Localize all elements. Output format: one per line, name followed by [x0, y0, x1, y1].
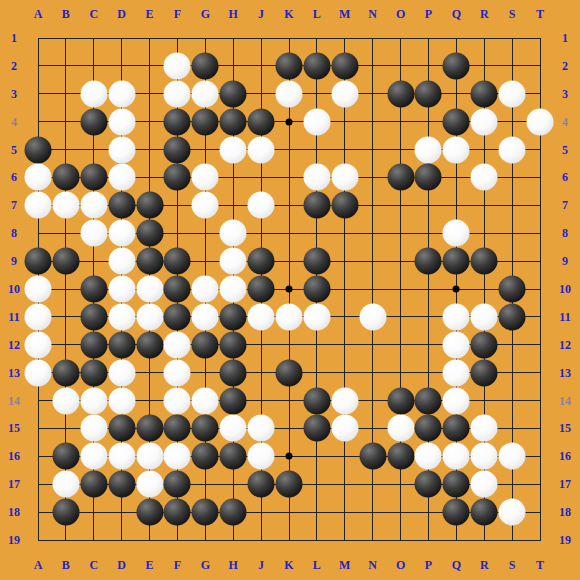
white-stone[interactable]: [359, 303, 386, 330]
white-stone[interactable]: [25, 164, 52, 191]
black-stone[interactable]: [387, 80, 414, 107]
white-stone[interactable]: [192, 192, 219, 219]
column-label: H: [229, 558, 238, 573]
black-stone[interactable]: [248, 248, 275, 275]
white-stone[interactable]: [136, 443, 163, 470]
black-stone[interactable]: [443, 471, 470, 498]
black-stone[interactable]: [303, 387, 330, 414]
column-label: P: [425, 7, 432, 22]
row-label: 10: [8, 282, 20, 297]
black-stone[interactable]: [303, 276, 330, 303]
black-stone[interactable]: [52, 164, 79, 191]
row-label: 1: [562, 31, 568, 46]
white-stone[interactable]: [499, 499, 526, 526]
row-label: 1: [11, 31, 17, 46]
black-stone[interactable]: [415, 415, 442, 442]
black-stone[interactable]: [164, 164, 191, 191]
column-label: R: [480, 7, 489, 22]
black-stone[interactable]: [80, 359, 107, 386]
white-stone[interactable]: [499, 443, 526, 470]
white-stone[interactable]: [80, 192, 107, 219]
column-label: P: [425, 558, 432, 573]
black-stone[interactable]: [80, 276, 107, 303]
black-stone[interactable]: [276, 52, 303, 79]
white-stone[interactable]: [415, 136, 442, 163]
row-label: 18: [559, 505, 571, 520]
white-stone[interactable]: [192, 80, 219, 107]
black-stone[interactable]: [415, 80, 442, 107]
white-stone[interactable]: [443, 387, 470, 414]
star-point: [453, 286, 460, 293]
black-stone[interactable]: [248, 276, 275, 303]
column-label: S: [509, 558, 516, 573]
white-stone[interactable]: [164, 359, 191, 386]
black-stone[interactable]: [415, 387, 442, 414]
black-stone[interactable]: [443, 499, 470, 526]
row-label: 12: [8, 337, 20, 352]
column-label: B: [62, 558, 70, 573]
row-label: 2: [562, 58, 568, 73]
white-stone[interactable]: [443, 359, 470, 386]
black-stone[interactable]: [136, 220, 163, 247]
black-stone[interactable]: [164, 471, 191, 498]
row-label: 10: [559, 282, 571, 297]
black-stone[interactable]: [136, 331, 163, 358]
black-stone[interactable]: [387, 443, 414, 470]
column-label: K: [284, 7, 293, 22]
black-stone[interactable]: [52, 499, 79, 526]
black-stone[interactable]: [443, 52, 470, 79]
row-label: 7: [11, 198, 17, 213]
black-stone[interactable]: [415, 248, 442, 275]
black-stone[interactable]: [25, 248, 52, 275]
black-stone[interactable]: [220, 108, 247, 135]
white-stone[interactable]: [471, 108, 498, 135]
black-stone[interactable]: [192, 415, 219, 442]
black-stone[interactable]: [471, 80, 498, 107]
white-stone[interactable]: [303, 108, 330, 135]
white-stone[interactable]: [248, 192, 275, 219]
white-stone[interactable]: [471, 443, 498, 470]
white-stone[interactable]: [108, 164, 135, 191]
white-stone[interactable]: [52, 471, 79, 498]
white-stone[interactable]: [136, 303, 163, 330]
black-stone[interactable]: [192, 499, 219, 526]
black-stone[interactable]: [220, 499, 247, 526]
row-label: 15: [8, 421, 20, 436]
white-stone[interactable]: [443, 303, 470, 330]
white-stone[interactable]: [220, 220, 247, 247]
black-stone[interactable]: [192, 52, 219, 79]
black-stone[interactable]: [164, 276, 191, 303]
black-stone[interactable]: [164, 415, 191, 442]
row-label: 4: [11, 114, 17, 129]
column-label: L: [313, 558, 321, 573]
white-stone[interactable]: [108, 359, 135, 386]
white-stone[interactable]: [527, 108, 554, 135]
column-label: L: [313, 7, 321, 22]
column-label: A: [34, 558, 43, 573]
white-stone[interactable]: [248, 415, 275, 442]
white-stone[interactable]: [164, 443, 191, 470]
column-label: O: [396, 558, 405, 573]
column-label: C: [89, 558, 98, 573]
white-stone[interactable]: [471, 415, 498, 442]
column-label: G: [201, 558, 210, 573]
row-label: 19: [8, 533, 20, 548]
column-label: E: [146, 7, 154, 22]
black-stone[interactable]: [415, 164, 442, 191]
white-stone[interactable]: [192, 387, 219, 414]
column-label: S: [509, 7, 516, 22]
white-stone[interactable]: [471, 303, 498, 330]
star-point: [286, 118, 293, 125]
black-stone[interactable]: [25, 136, 52, 163]
row-label: 2: [11, 58, 17, 73]
black-stone[interactable]: [80, 471, 107, 498]
white-stone[interactable]: [499, 136, 526, 163]
row-label: 8: [11, 226, 17, 241]
white-stone[interactable]: [108, 387, 135, 414]
grid-line-horizontal: [38, 38, 541, 39]
black-stone[interactable]: [164, 136, 191, 163]
column-label: T: [536, 558, 544, 573]
column-label: J: [258, 558, 264, 573]
row-label: 13: [559, 365, 571, 380]
column-label: M: [339, 7, 350, 22]
black-stone[interactable]: [443, 248, 470, 275]
white-stone[interactable]: [108, 108, 135, 135]
black-stone[interactable]: [471, 248, 498, 275]
column-label: O: [396, 7, 405, 22]
column-label: E: [146, 558, 154, 573]
grid-line-horizontal: [38, 540, 541, 541]
white-stone[interactable]: [415, 443, 442, 470]
black-stone[interactable]: [471, 499, 498, 526]
white-stone[interactable]: [276, 303, 303, 330]
row-label: 9: [11, 254, 17, 269]
row-label: 13: [8, 365, 20, 380]
row-label: 11: [8, 309, 19, 324]
black-stone[interactable]: [164, 108, 191, 135]
star-point: [286, 453, 293, 460]
row-label: 17: [8, 477, 20, 492]
black-stone[interactable]: [136, 415, 163, 442]
white-stone[interactable]: [499, 80, 526, 107]
white-stone[interactable]: [220, 415, 247, 442]
black-stone[interactable]: [80, 331, 107, 358]
white-stone[interactable]: [220, 248, 247, 275]
row-label: 11: [559, 309, 570, 324]
black-stone[interactable]: [220, 359, 247, 386]
white-stone[interactable]: [331, 164, 358, 191]
column-label: F: [174, 558, 181, 573]
star-point: [286, 286, 293, 293]
black-stone[interactable]: [471, 359, 498, 386]
black-stone[interactable]: [52, 248, 79, 275]
black-stone[interactable]: [192, 443, 219, 470]
black-stone[interactable]: [303, 52, 330, 79]
white-stone[interactable]: [276, 80, 303, 107]
white-stone[interactable]: [80, 220, 107, 247]
black-stone[interactable]: [220, 443, 247, 470]
black-stone[interactable]: [192, 108, 219, 135]
white-stone[interactable]: [192, 276, 219, 303]
black-stone[interactable]: [220, 303, 247, 330]
black-stone[interactable]: [248, 471, 275, 498]
white-stone[interactable]: [331, 80, 358, 107]
white-stone[interactable]: [25, 359, 52, 386]
row-label: 14: [8, 393, 20, 408]
black-stone[interactable]: [415, 471, 442, 498]
column-label: A: [34, 7, 43, 22]
white-stone[interactable]: [248, 303, 275, 330]
white-stone[interactable]: [164, 80, 191, 107]
row-label: 16: [8, 449, 20, 464]
column-label: K: [284, 558, 293, 573]
column-label: T: [536, 7, 544, 22]
white-stone[interactable]: [25, 192, 52, 219]
white-stone[interactable]: [164, 52, 191, 79]
white-stone[interactable]: [52, 387, 79, 414]
black-stone[interactable]: [220, 387, 247, 414]
black-stone[interactable]: [499, 276, 526, 303]
column-label: D: [117, 7, 126, 22]
black-stone[interactable]: [52, 359, 79, 386]
row-label: 14: [559, 393, 571, 408]
column-label: D: [117, 558, 126, 573]
black-stone[interactable]: [164, 499, 191, 526]
black-stone[interactable]: [443, 415, 470, 442]
white-stone[interactable]: [136, 471, 163, 498]
white-stone[interactable]: [52, 192, 79, 219]
grid-line-vertical: [344, 38, 345, 541]
black-stone[interactable]: [80, 164, 107, 191]
white-stone[interactable]: [387, 415, 414, 442]
white-stone[interactable]: [164, 387, 191, 414]
row-label: 8: [562, 226, 568, 241]
column-label: C: [89, 7, 98, 22]
white-stone[interactable]: [220, 136, 247, 163]
white-stone[interactable]: [80, 443, 107, 470]
black-stone[interactable]: [108, 471, 135, 498]
white-stone[interactable]: [108, 276, 135, 303]
black-stone[interactable]: [136, 192, 163, 219]
white-stone[interactable]: [443, 136, 470, 163]
column-label: N: [368, 558, 377, 573]
white-stone[interactable]: [164, 331, 191, 358]
row-label: 9: [562, 254, 568, 269]
white-stone[interactable]: [248, 443, 275, 470]
row-label: 15: [559, 421, 571, 436]
white-stone[interactable]: [108, 443, 135, 470]
black-stone[interactable]: [387, 164, 414, 191]
white-stone[interactable]: [471, 164, 498, 191]
white-stone[interactable]: [25, 331, 52, 358]
white-stone[interactable]: [303, 303, 330, 330]
black-stone[interactable]: [164, 303, 191, 330]
white-stone[interactable]: [108, 248, 135, 275]
column-label: G: [201, 7, 210, 22]
black-stone[interactable]: [108, 331, 135, 358]
white-stone[interactable]: [248, 136, 275, 163]
column-label: J: [258, 7, 264, 22]
black-stone[interactable]: [220, 331, 247, 358]
white-stone[interactable]: [136, 276, 163, 303]
black-stone[interactable]: [108, 192, 135, 219]
white-stone[interactable]: [331, 415, 358, 442]
row-label: 5: [562, 142, 568, 157]
row-label: 6: [11, 170, 17, 185]
white-stone[interactable]: [471, 471, 498, 498]
white-stone[interactable]: [108, 303, 135, 330]
black-stone[interactable]: [331, 192, 358, 219]
column-label: H: [229, 7, 238, 22]
row-label: 12: [559, 337, 571, 352]
column-label: Q: [452, 558, 461, 573]
black-stone[interactable]: [276, 359, 303, 386]
row-label: 7: [562, 198, 568, 213]
white-stone[interactable]: [192, 303, 219, 330]
row-label: 16: [559, 449, 571, 464]
white-stone[interactable]: [80, 415, 107, 442]
black-stone[interactable]: [192, 331, 219, 358]
column-label: M: [339, 558, 350, 573]
black-stone[interactable]: [164, 248, 191, 275]
row-label: 6: [562, 170, 568, 185]
black-stone[interactable]: [52, 443, 79, 470]
white-stone[interactable]: [443, 220, 470, 247]
go-board[interactable]: AABBCCDDEEFFGGHHJJKKLLMMNNOOPPQQRRSSTT11…: [0, 0, 580, 580]
black-stone[interactable]: [248, 108, 275, 135]
black-stone[interactable]: [80, 303, 107, 330]
white-stone[interactable]: [443, 443, 470, 470]
white-stone[interactable]: [25, 276, 52, 303]
black-stone[interactable]: [276, 471, 303, 498]
row-label: 3: [562, 86, 568, 101]
column-label: F: [174, 7, 181, 22]
white-stone[interactable]: [80, 387, 107, 414]
black-stone[interactable]: [108, 415, 135, 442]
white-stone[interactable]: [331, 387, 358, 414]
black-stone[interactable]: [499, 303, 526, 330]
white-stone[interactable]: [192, 164, 219, 191]
column-label: Q: [452, 7, 461, 22]
row-label: 5: [11, 142, 17, 157]
black-stone[interactable]: [303, 415, 330, 442]
black-stone[interactable]: [359, 443, 386, 470]
black-stone[interactable]: [136, 248, 163, 275]
white-stone[interactable]: [80, 80, 107, 107]
white-stone[interactable]: [443, 331, 470, 358]
black-stone[interactable]: [443, 108, 470, 135]
black-stone[interactable]: [303, 248, 330, 275]
row-label: 3: [11, 86, 17, 101]
black-stone[interactable]: [471, 331, 498, 358]
white-stone[interactable]: [108, 80, 135, 107]
white-stone[interactable]: [220, 276, 247, 303]
black-stone[interactable]: [220, 80, 247, 107]
column-label: R: [480, 558, 489, 573]
row-label: 17: [559, 477, 571, 492]
white-stone[interactable]: [303, 164, 330, 191]
black-stone[interactable]: [303, 192, 330, 219]
column-label: N: [368, 7, 377, 22]
black-stone[interactable]: [387, 387, 414, 414]
white-stone[interactable]: [108, 220, 135, 247]
black-stone[interactable]: [80, 108, 107, 135]
black-stone[interactable]: [136, 499, 163, 526]
row-label: 18: [8, 505, 20, 520]
row-label: 19: [559, 533, 571, 548]
black-stone[interactable]: [331, 52, 358, 79]
white-stone[interactable]: [25, 303, 52, 330]
row-label: 4: [562, 114, 568, 129]
white-stone[interactable]: [108, 136, 135, 163]
column-label: B: [62, 7, 70, 22]
